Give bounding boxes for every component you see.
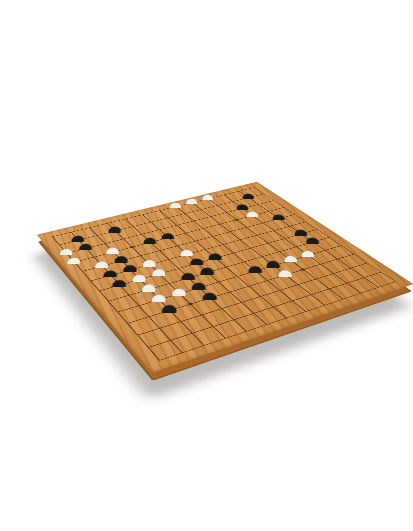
go-board: ●●●●●●●●●●●●●●●●●●●●●●●●●●●●●●●●●●●●●●●●… — [37, 182, 413, 373]
